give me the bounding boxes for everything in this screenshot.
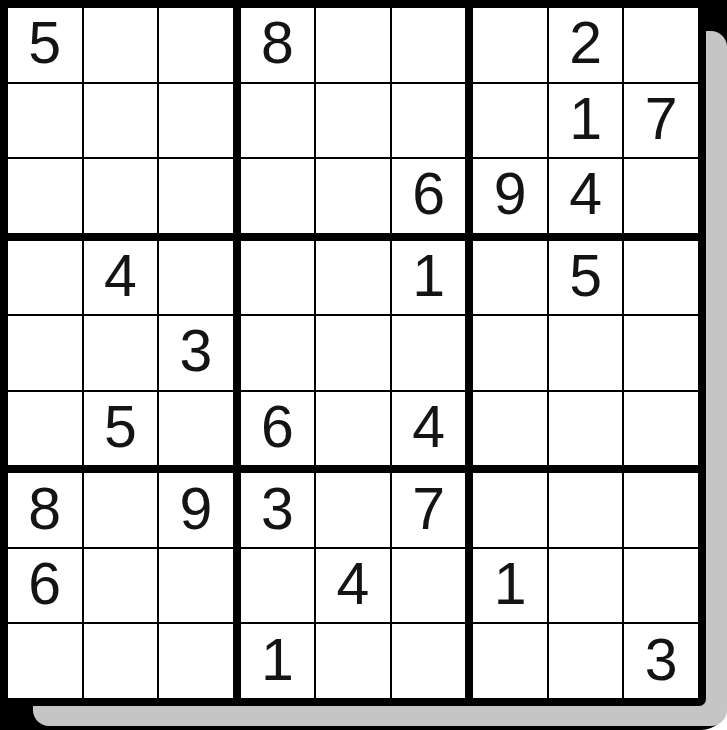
cell-r7c7[interactable] [473, 473, 547, 547]
cell-r5c9[interactable] [624, 316, 698, 390]
cell-r6c7[interactable] [473, 392, 547, 466]
given-digit: 1 [569, 90, 602, 149]
given-digit: 1 [261, 631, 294, 690]
cell-r7c9[interactable] [624, 473, 698, 547]
cell-r2c3[interactable] [159, 84, 233, 158]
given-digit: 4 [412, 398, 445, 457]
cell-r2c7[interactable] [473, 84, 547, 158]
cell-r2c9[interactable]: 7 [624, 84, 698, 158]
cell-r4c9[interactable] [624, 241, 698, 315]
given-digit: 5 [569, 247, 602, 306]
cell-r4c1[interactable] [8, 241, 82, 315]
given-digit: 3 [645, 631, 678, 690]
cell-r6c9[interactable] [624, 392, 698, 466]
cell-r8c4[interactable] [241, 549, 315, 623]
cell-r6c4[interactable]: 6 [241, 392, 315, 466]
cell-r7c5[interactable] [316, 473, 390, 547]
cell-r3c1[interactable] [8, 159, 82, 233]
cell-r1c8[interactable]: 2 [549, 8, 623, 82]
cell-r4c2[interactable]: 4 [84, 241, 158, 315]
given-digit: 9 [494, 165, 527, 224]
given-digit: 3 [179, 322, 212, 381]
cell-r5c3[interactable]: 3 [159, 316, 233, 390]
cell-r6c5[interactable] [316, 392, 390, 466]
cell-r7c4[interactable]: 3 [241, 473, 315, 547]
cell-r4c8[interactable]: 5 [549, 241, 623, 315]
cell-r5c4[interactable] [241, 316, 315, 390]
cell-r8c9[interactable] [624, 549, 698, 623]
given-digit: 6 [28, 555, 61, 614]
sudoku-box-5: 164 [241, 241, 466, 466]
given-digit: 5 [28, 14, 61, 73]
cell-r9c7[interactable] [473, 624, 547, 698]
cell-r8c2[interactable] [84, 549, 158, 623]
cell-r9c1[interactable] [8, 624, 82, 698]
cell-r9c6[interactable] [392, 624, 466, 698]
sudoku-box-2: 86 [241, 8, 466, 233]
given-digit: 7 [645, 90, 678, 149]
cell-r5c6[interactable] [392, 316, 466, 390]
cell-r9c2[interactable] [84, 624, 158, 698]
cell-r6c8[interactable] [549, 392, 623, 466]
given-digit: 4 [337, 555, 370, 614]
cell-r4c4[interactable] [241, 241, 315, 315]
cell-r8c1[interactable]: 6 [8, 549, 82, 623]
cell-r4c5[interactable] [316, 241, 390, 315]
cell-r4c6[interactable]: 1 [392, 241, 466, 315]
cell-r1c7[interactable] [473, 8, 547, 82]
given-digit: 8 [28, 480, 61, 539]
cell-r1c5[interactable] [316, 8, 390, 82]
cell-r4c3[interactable] [159, 241, 233, 315]
cell-r2c4[interactable] [241, 84, 315, 158]
cell-r2c5[interactable] [316, 84, 390, 158]
cell-r2c6[interactable] [392, 84, 466, 158]
sudoku-box-8: 3741 [241, 473, 466, 698]
cell-r3c7[interactable]: 9 [473, 159, 547, 233]
given-digit: 5 [104, 398, 137, 457]
sudoku-box-4: 435 [8, 241, 233, 466]
given-digit: 3 [261, 480, 294, 539]
sudoku-box-7: 896 [8, 473, 233, 698]
given-digit: 1 [412, 247, 445, 306]
sudoku-box-6: 5 [473, 241, 698, 466]
given-digit: 7 [412, 480, 445, 539]
cell-r3c9[interactable] [624, 159, 698, 233]
cell-r5c5[interactable] [316, 316, 390, 390]
sudoku-box-9: 13 [473, 473, 698, 698]
cell-r5c1[interactable] [8, 316, 82, 390]
sudoku-grid: 586217944351645896374113 [8, 8, 698, 698]
cell-r9c8[interactable] [549, 624, 623, 698]
cell-r6c1[interactable] [8, 392, 82, 466]
cell-r7c3[interactable]: 9 [159, 473, 233, 547]
cell-r1c9[interactable] [624, 8, 698, 82]
cell-r3c6[interactable]: 6 [392, 159, 466, 233]
cell-r1c3[interactable] [159, 8, 233, 82]
cell-r3c2[interactable] [84, 159, 158, 233]
cell-r9c9[interactable]: 3 [624, 624, 698, 698]
given-digit: 4 [104, 247, 137, 306]
cell-r6c6[interactable]: 4 [392, 392, 466, 466]
given-digit: 1 [494, 555, 527, 614]
cell-r2c2[interactable] [84, 84, 158, 158]
sudoku-scene: 586217944351645896374113 [0, 0, 727, 730]
given-digit: 8 [261, 14, 294, 73]
cell-r1c6[interactable] [392, 8, 466, 82]
cell-r7c2[interactable] [84, 473, 158, 547]
cell-r5c8[interactable] [549, 316, 623, 390]
cell-r9c4[interactable]: 1 [241, 624, 315, 698]
cell-r8c6[interactable] [392, 549, 466, 623]
cell-r7c6[interactable]: 7 [392, 473, 466, 547]
sudoku-board: 586217944351645896374113 [0, 0, 706, 706]
cell-r7c1[interactable]: 8 [8, 473, 82, 547]
cell-r3c4[interactable] [241, 159, 315, 233]
cell-r3c3[interactable] [159, 159, 233, 233]
cell-r3c8[interactable]: 4 [549, 159, 623, 233]
cell-r8c3[interactable] [159, 549, 233, 623]
cell-r6c3[interactable] [159, 392, 233, 466]
cell-r8c8[interactable] [549, 549, 623, 623]
cell-r2c8[interactable]: 1 [549, 84, 623, 158]
cell-r5c7[interactable] [473, 316, 547, 390]
cell-r8c5[interactable]: 4 [316, 549, 390, 623]
given-digit: 2 [569, 14, 602, 73]
cell-r8c7[interactable]: 1 [473, 549, 547, 623]
given-digit: 4 [569, 165, 602, 224]
sudoku-box-3: 21794 [473, 8, 698, 233]
cell-r1c2[interactable] [84, 8, 158, 82]
cell-r5c2[interactable] [84, 316, 158, 390]
cell-r6c2[interactable]: 5 [84, 392, 158, 466]
cell-r1c1[interactable]: 5 [8, 8, 82, 82]
cell-r9c5[interactable] [316, 624, 390, 698]
given-digit: 9 [179, 480, 212, 539]
cell-r9c3[interactable] [159, 624, 233, 698]
given-digit: 6 [261, 398, 294, 457]
cell-r4c7[interactable] [473, 241, 547, 315]
cell-r3c5[interactable] [316, 159, 390, 233]
cell-r1c4[interactable]: 8 [241, 8, 315, 82]
given-digit: 6 [412, 165, 445, 224]
cell-r7c8[interactable] [549, 473, 623, 547]
sudoku-box-1: 5 [8, 8, 233, 233]
cell-r2c1[interactable] [8, 84, 82, 158]
